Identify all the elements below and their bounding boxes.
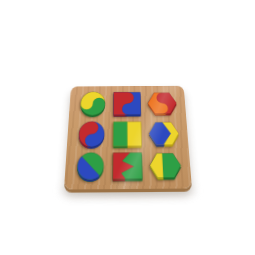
puzzle-board-wrap xyxy=(64,86,192,190)
puzzle-cell-r1c2 xyxy=(110,90,144,118)
puzzle-cell-r2c2 xyxy=(110,119,146,150)
puzzle-piece-hexagon-blue-yellow xyxy=(146,119,182,150)
puzzle-cell-r2c1 xyxy=(73,119,109,150)
puzzle-cell-r3c3 xyxy=(147,150,185,183)
puzzle-piece-hexagon-orange-red xyxy=(145,90,180,118)
puzzle-piece-hexagon-yellow-green xyxy=(147,150,185,183)
puzzle-piece-circle-blue-green xyxy=(71,151,109,184)
puzzle-board xyxy=(64,86,192,190)
puzzle-piece-circle-yellow-green xyxy=(75,90,110,118)
puzzle-cell-r3c2 xyxy=(109,151,146,184)
puzzle-cell-r1c1 xyxy=(75,90,110,118)
puzzle-piece-circle-red-blue xyxy=(73,119,109,150)
puzzle-piece-square-red-green xyxy=(109,151,146,184)
puzzle-cell-r3c1 xyxy=(71,151,109,184)
puzzle-piece-square-green-yellow xyxy=(110,119,146,150)
puzzle-cell-r2c3 xyxy=(146,119,182,150)
product-photo xyxy=(0,0,255,255)
puzzle-piece-square-red-blue xyxy=(110,90,144,118)
puzzle-cell-r1c3 xyxy=(145,90,180,118)
